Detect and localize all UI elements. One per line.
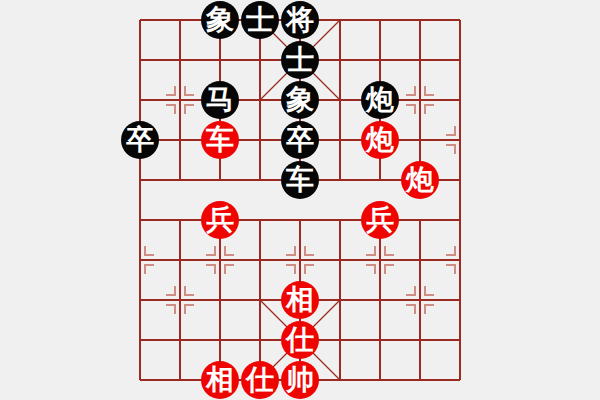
- point-marker: [446, 246, 455, 255]
- point-marker: [166, 286, 175, 295]
- point-marker: [286, 265, 295, 274]
- piece-black-cannon[interactable]: 炮: [361, 81, 399, 119]
- point-marker: [446, 145, 455, 154]
- point-marker: [166, 105, 175, 114]
- piece-red-advisor[interactable]: 仕: [281, 321, 319, 359]
- point-marker: [145, 246, 154, 255]
- point-marker: [366, 265, 375, 274]
- point-marker: [166, 305, 175, 314]
- point-marker: [145, 265, 154, 274]
- point-marker: [425, 286, 434, 295]
- piece-black-soldier[interactable]: 卒: [121, 121, 159, 159]
- point-marker: [206, 246, 215, 255]
- point-marker: [406, 305, 415, 314]
- piece-red-elephant[interactable]: 相: [281, 281, 319, 319]
- piece-black-soldier[interactable]: 卒: [281, 121, 319, 159]
- piece-black-general[interactable]: 将: [281, 1, 319, 39]
- point-marker: [446, 265, 455, 274]
- piece-red-advisor[interactable]: 仕: [241, 361, 279, 399]
- point-marker: [406, 105, 415, 114]
- piece-red-general[interactable]: 帅: [281, 361, 319, 399]
- point-marker: [185, 105, 194, 114]
- point-marker: [366, 246, 375, 255]
- point-marker: [425, 86, 434, 95]
- piece-black-elephant[interactable]: 象: [281, 81, 319, 119]
- piece-red-chariot[interactable]: 车: [201, 121, 239, 159]
- point-marker: [385, 265, 394, 274]
- point-marker: [406, 86, 415, 95]
- piece-black-horse[interactable]: 马: [201, 81, 239, 119]
- point-marker: [385, 246, 394, 255]
- piece-black-chariot[interactable]: 车: [281, 161, 319, 199]
- app-background: 象士将士马象炮卒车卒炮车炮兵兵相仕相仕帅: [0, 0, 600, 400]
- point-marker: [425, 105, 434, 114]
- point-marker: [225, 246, 234, 255]
- point-marker: [185, 286, 194, 295]
- xiangqi-board: 象士将士马象炮卒车卒炮车炮兵兵相仕相仕帅: [0, 0, 600, 400]
- point-marker: [166, 86, 175, 95]
- piece-red-elephant[interactable]: 相: [201, 361, 239, 399]
- point-marker: [185, 86, 194, 95]
- piece-red-soldier[interactable]: 兵: [201, 201, 239, 239]
- point-marker: [446, 126, 455, 135]
- point-marker: [286, 246, 295, 255]
- point-marker: [305, 246, 314, 255]
- point-marker: [425, 305, 434, 314]
- piece-red-cannon[interactable]: 炮: [361, 121, 399, 159]
- piece-black-advisor[interactable]: 士: [241, 1, 279, 39]
- piece-red-soldier[interactable]: 兵: [361, 201, 399, 239]
- point-marker: [185, 305, 194, 314]
- piece-black-elephant[interactable]: 象: [201, 1, 239, 39]
- point-marker: [406, 286, 415, 295]
- piece-black-advisor[interactable]: 士: [281, 41, 319, 79]
- piece-red-cannon[interactable]: 炮: [401, 161, 439, 199]
- point-marker: [305, 265, 314, 274]
- point-marker: [225, 265, 234, 274]
- point-marker: [206, 265, 215, 274]
